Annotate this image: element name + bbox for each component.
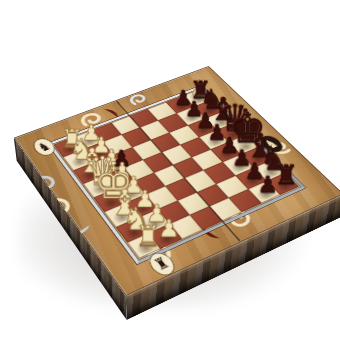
board-top-face: ♞♜♞♜♟♟♜♞♟♟♞♝♟♟♝♛♟♟♛♚♟♟♚♝♟♟♝♞♟♟♞♜♟♟♜♟♟ <box>14 66 340 296</box>
black-pawn: ♟ <box>243 174 294 197</box>
photo-stage: ♞♜♞♜♟♟♜♞♟♟♞♝♟♟♝♛♟♟♛♚♟♟♚♝♟♟♝♞♟♟♞♜♟♟♜♟♟ <box>0 0 340 340</box>
curl-ornament <box>129 94 147 105</box>
chess-board-box: ♞♜♞♜♟♟♜♞♟♟♞♝♟♟♝♛♟♟♛♚♟♟♚♝♟♟♝♞♟♟♞♜♟♟♜♟♟ <box>14 66 340 296</box>
scene: ♞♜♞♜♟♟♜♞♟♟♞♝♟♟♝♛♟♟♛♚♟♟♚♝♟♟♝♞♟♟♞♜♟♟♜♟♟ <box>0 0 340 340</box>
square-g5 <box>197 184 229 206</box>
rook-emblem-front-left-glyph: ♜ <box>151 255 172 274</box>
white-rook: ♜ <box>121 222 175 251</box>
